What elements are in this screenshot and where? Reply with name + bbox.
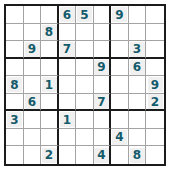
- cell-r5c4[interactable]: [59, 76, 77, 94]
- cell-r5c3[interactable]: 1: [41, 76, 59, 94]
- cell-r4c3[interactable]: [41, 59, 59, 77]
- given-digit: 9: [148, 77, 163, 92]
- cell-r2c8[interactable]: [129, 24, 147, 42]
- cell-r8c6[interactable]: [94, 129, 112, 147]
- cell-r5c8[interactable]: [129, 76, 147, 94]
- cell-r5c5[interactable]: [76, 76, 94, 94]
- given-digit: 3: [130, 42, 145, 57]
- cell-r8c3[interactable]: [41, 129, 59, 147]
- given-digit: 6: [130, 60, 145, 75]
- cell-r7c9[interactable]: [146, 111, 164, 129]
- given-digit: 8: [7, 77, 22, 92]
- cell-r3c9[interactable]: [146, 41, 164, 59]
- given-digit: 1: [42, 77, 57, 92]
- cell-r7c5[interactable]: [76, 111, 94, 129]
- given-digit: 4: [112, 130, 127, 145]
- cell-r6c8[interactable]: [129, 94, 147, 112]
- cell-r4c8[interactable]: 6: [129, 59, 147, 77]
- cell-r7c8[interactable]: [129, 111, 147, 129]
- cell-r8c1[interactable]: [6, 129, 24, 147]
- given-digit: 6: [25, 94, 40, 109]
- cell-r8c4[interactable]: [59, 129, 77, 147]
- cell-r9c6[interactable]: 4: [94, 146, 112, 164]
- cell-r1c1[interactable]: [6, 6, 24, 24]
- cell-r5c6[interactable]: [94, 76, 112, 94]
- cell-r8c2[interactable]: [24, 129, 42, 147]
- cell-r7c2[interactable]: [24, 111, 42, 129]
- given-digit: 7: [94, 94, 109, 109]
- cell-r9c7[interactable]: [111, 146, 129, 164]
- cell-r7c3[interactable]: [41, 111, 59, 129]
- cell-r6c7[interactable]: [111, 94, 129, 112]
- cell-r2c9[interactable]: [146, 24, 164, 42]
- cell-r3c3[interactable]: [41, 41, 59, 59]
- cell-r7c1[interactable]: 3: [6, 111, 24, 129]
- cell-r9c8[interactable]: 8: [129, 146, 147, 164]
- cell-r4c2[interactable]: [24, 59, 42, 77]
- cell-r6c3[interactable]: [41, 94, 59, 112]
- cell-r3c2[interactable]: 9: [24, 41, 42, 59]
- given-digit: 8: [130, 148, 145, 163]
- cell-r8c7[interactable]: 4: [111, 129, 129, 147]
- given-digit: 3: [7, 112, 22, 127]
- cell-r4c9[interactable]: [146, 59, 164, 77]
- cell-r4c1[interactable]: [6, 59, 24, 77]
- given-digit: 2: [148, 94, 163, 109]
- cell-r9c9[interactable]: [146, 146, 164, 164]
- cell-r6c6[interactable]: 7: [94, 94, 112, 112]
- cell-r6c2[interactable]: 6: [24, 94, 42, 112]
- cell-r6c4[interactable]: [59, 94, 77, 112]
- cell-r5c2[interactable]: [24, 76, 42, 94]
- cell-r9c5[interactable]: [76, 146, 94, 164]
- cell-r5c9[interactable]: 9: [146, 76, 164, 94]
- cell-r1c6[interactable]: [94, 6, 112, 24]
- cell-r6c1[interactable]: [6, 94, 24, 112]
- cell-r7c7[interactable]: [111, 111, 129, 129]
- cell-r1c7[interactable]: 9: [111, 6, 129, 24]
- cell-r5c1[interactable]: 8: [6, 76, 24, 94]
- cell-r8c9[interactable]: [146, 129, 164, 147]
- cell-r4c6[interactable]: 9: [94, 59, 112, 77]
- cell-r4c7[interactable]: [111, 59, 129, 77]
- cell-r1c5[interactable]: 5: [76, 6, 94, 24]
- cell-r2c3[interactable]: 8: [41, 24, 59, 42]
- cell-r2c6[interactable]: [94, 24, 112, 42]
- given-digit: 5: [77, 7, 92, 22]
- given-digit: 9: [25, 42, 40, 57]
- cell-r3c4[interactable]: 7: [59, 41, 77, 59]
- given-digit: 4: [94, 148, 109, 163]
- cell-r1c4[interactable]: 6: [59, 6, 77, 24]
- cell-r3c7[interactable]: [111, 41, 129, 59]
- cell-r2c5[interactable]: [76, 24, 94, 42]
- sudoku-page: 659897396819672314248: [0, 0, 170, 170]
- cell-r3c5[interactable]: [76, 41, 94, 59]
- cell-r8c5[interactable]: [76, 129, 94, 147]
- cell-r1c9[interactable]: [146, 6, 164, 24]
- given-digit: 6: [60, 7, 75, 22]
- cell-r9c4[interactable]: [59, 146, 77, 164]
- cell-r1c8[interactable]: [129, 6, 147, 24]
- cell-r9c3[interactable]: 2: [41, 146, 59, 164]
- cell-r2c4[interactable]: [59, 24, 77, 42]
- cell-r4c5[interactable]: [76, 59, 94, 77]
- given-digit: 2: [42, 148, 57, 163]
- cell-r7c4[interactable]: 1: [59, 111, 77, 129]
- cell-r9c2[interactable]: [24, 146, 42, 164]
- cell-r2c7[interactable]: [111, 24, 129, 42]
- cell-r1c2[interactable]: [24, 6, 42, 24]
- given-digit: 1: [60, 112, 75, 127]
- cell-r5c7[interactable]: [111, 76, 129, 94]
- given-digit: 9: [112, 7, 127, 22]
- cell-r1c3[interactable]: [41, 6, 59, 24]
- cell-r2c2[interactable]: [24, 24, 42, 42]
- cell-r6c5[interactable]: [76, 94, 94, 112]
- cell-r7c6[interactable]: [94, 111, 112, 129]
- cell-r3c6[interactable]: [94, 41, 112, 59]
- cell-r3c1[interactable]: [6, 41, 24, 59]
- given-digit: 9: [94, 60, 109, 75]
- cell-r8c8[interactable]: [129, 129, 147, 147]
- cell-r6c9[interactable]: 2: [146, 94, 164, 112]
- cell-r2c1[interactable]: [6, 24, 24, 42]
- cell-r3c8[interactable]: 3: [129, 41, 147, 59]
- cell-r9c1[interactable]: [6, 146, 24, 164]
- sudoku-board: 659897396819672314248: [4, 4, 166, 166]
- cell-r4c4[interactable]: [59, 59, 77, 77]
- given-digit: 7: [60, 42, 75, 57]
- given-digit: 8: [42, 25, 57, 40]
